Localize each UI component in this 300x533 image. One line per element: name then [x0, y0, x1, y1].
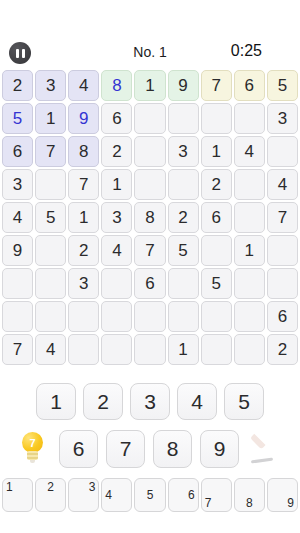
cell-r5c7[interactable]: 1	[234, 235, 265, 266]
cell-r0c2[interactable]: 4	[68, 70, 99, 101]
cell-r4c8[interactable]: 7	[267, 202, 298, 233]
cell-r4c0[interactable]: 4	[2, 202, 33, 233]
digit-key-3[interactable]: 3	[130, 383, 170, 420]
digit-key-6[interactable]: 6	[59, 430, 98, 468]
cell-r7c6[interactable]	[201, 301, 232, 332]
keypad-row-1: 12345	[0, 383, 300, 420]
digit-key-8[interactable]: 8	[153, 430, 192, 468]
cell-r4c4[interactable]: 8	[134, 202, 165, 233]
cell-r8c4[interactable]	[134, 334, 165, 365]
note-key-4[interactable]: 4	[101, 478, 132, 512]
cell-r8c0[interactable]: 7	[2, 334, 33, 365]
note-key-row: 123456789	[2, 478, 298, 512]
note-key-6[interactable]: 6	[168, 478, 199, 512]
cell-r4c5[interactable]: 2	[168, 202, 199, 233]
note-key-9[interactable]: 9	[267, 478, 298, 512]
cell-r1c5[interactable]	[168, 103, 199, 134]
cell-r1c8[interactable]: 3	[267, 103, 298, 134]
cell-r1c2[interactable]: 9	[68, 103, 99, 134]
cell-r2c8[interactable]	[267, 136, 298, 167]
cell-r8c6[interactable]	[201, 334, 232, 365]
note-key-8[interactable]: 8	[234, 478, 265, 512]
cell-r3c2[interactable]: 7	[68, 169, 99, 200]
hint-count-badge: 7	[22, 433, 43, 452]
cell-r3c5[interactable]	[168, 169, 199, 200]
cell-r0c1[interactable]: 3	[35, 70, 66, 101]
cell-r7c5[interactable]	[168, 301, 199, 332]
cell-r5c0[interactable]: 9	[2, 235, 33, 266]
cell-r0c5[interactable]: 9	[168, 70, 199, 101]
cell-r5c2[interactable]: 2	[68, 235, 99, 266]
cell-r4c6[interactable]: 6	[201, 202, 232, 233]
cell-r4c7[interactable]	[234, 202, 265, 233]
keypad-row-2-keys: 6789	[59, 430, 239, 468]
cell-r5c1[interactable]	[35, 235, 66, 266]
cell-r4c1[interactable]: 5	[35, 202, 66, 233]
cell-r2c3[interactable]: 2	[101, 136, 132, 167]
cell-r3c7[interactable]	[234, 169, 265, 200]
cell-r5c3[interactable]: 4	[101, 235, 132, 266]
cell-r3c0[interactable]: 3	[2, 169, 33, 200]
cell-r7c0[interactable]	[2, 301, 33, 332]
cell-r2c7[interactable]: 4	[234, 136, 265, 167]
hint-bulb-tip	[30, 460, 35, 463]
cell-r1c7[interactable]	[234, 103, 265, 134]
cell-r7c3[interactable]	[101, 301, 132, 332]
sudoku-app-screen: No. 1 0:25 23481976551963678231437124451…	[0, 0, 300, 533]
note-key-7[interactable]: 7	[201, 478, 232, 512]
cell-r7c8[interactable]: 6	[267, 301, 298, 332]
cell-r3c6[interactable]: 2	[201, 169, 232, 200]
cell-r8c2[interactable]	[68, 334, 99, 365]
digit-key-7[interactable]: 7	[106, 430, 145, 468]
note-key-3[interactable]: 3	[68, 478, 99, 512]
cell-r5c8[interactable]	[267, 235, 298, 266]
cell-r5c5[interactable]: 5	[168, 235, 199, 266]
note-key-1[interactable]: 1	[2, 478, 33, 512]
cell-r6c6[interactable]: 5	[201, 268, 232, 299]
cell-r5c4[interactable]: 7	[134, 235, 165, 266]
cell-r7c4[interactable]	[134, 301, 165, 332]
cell-r6c4[interactable]: 6	[134, 268, 165, 299]
cell-r6c7[interactable]	[234, 268, 265, 299]
note-key-5[interactable]: 5	[134, 478, 165, 512]
cell-r4c3[interactable]: 3	[101, 202, 132, 233]
cell-r8c7[interactable]	[234, 334, 265, 365]
digit-key-5[interactable]: 5	[224, 383, 264, 420]
sudoku-grid: 2348197655196367823143712445138267924751…	[2, 70, 298, 365]
cell-r3c4[interactable]	[134, 169, 165, 200]
cell-r2c4[interactable]	[134, 136, 165, 167]
cell-r8c5[interactable]: 1	[168, 334, 199, 365]
cell-r2c6[interactable]: 1	[201, 136, 232, 167]
digit-key-4[interactable]: 4	[177, 383, 217, 420]
cell-r6c0[interactable]	[2, 268, 33, 299]
cell-r7c2[interactable]	[68, 301, 99, 332]
cell-r7c1[interactable]	[35, 301, 66, 332]
cell-r2c1[interactable]: 7	[35, 136, 66, 167]
cell-r2c2[interactable]: 8	[68, 136, 99, 167]
cell-r2c5[interactable]: 3	[168, 136, 199, 167]
cell-r1c0[interactable]: 5	[2, 103, 33, 134]
cell-r0c0[interactable]: 2	[2, 70, 33, 101]
cell-r8c3[interactable]	[101, 334, 132, 365]
cell-r0c6[interactable]: 7	[201, 70, 232, 101]
timer-text: 0:25	[231, 42, 262, 60]
cell-r1c6[interactable]	[201, 103, 232, 134]
cell-r3c8[interactable]: 4	[267, 169, 298, 200]
eraser-shadow	[251, 457, 273, 463]
cell-r0c4[interactable]: 1	[134, 70, 165, 101]
eraser-button[interactable]	[245, 431, 285, 467]
cell-r7c7[interactable]	[234, 301, 265, 332]
cell-r2c0[interactable]: 6	[2, 136, 33, 167]
cell-r1c4[interactable]	[134, 103, 165, 134]
cell-r4c2[interactable]: 1	[68, 202, 99, 233]
cell-r6c1[interactable]	[35, 268, 66, 299]
cell-r6c8[interactable]	[267, 268, 298, 299]
hint-button[interactable]: 7	[20, 432, 46, 468]
note-key-2[interactable]: 2	[35, 478, 66, 512]
cell-r5c6[interactable]	[201, 235, 232, 266]
digit-key-1[interactable]: 1	[36, 383, 76, 420]
cell-r6c5[interactable]	[168, 268, 199, 299]
cell-r3c3[interactable]: 1	[101, 169, 132, 200]
cell-r0c8[interactable]: 5	[267, 70, 298, 101]
cell-r1c1[interactable]: 1	[35, 103, 66, 134]
cell-r6c3[interactable]	[101, 268, 132, 299]
cell-r8c1[interactable]: 4	[35, 334, 66, 365]
cell-r0c3[interactable]: 8	[101, 70, 132, 101]
cell-r6c2[interactable]: 3	[68, 268, 99, 299]
keypad-row-2: 7 6789	[0, 430, 300, 468]
cell-r1c3[interactable]: 6	[101, 103, 132, 134]
cell-r3c1[interactable]	[35, 169, 66, 200]
hint-bulb-base	[27, 451, 38, 460]
cell-r0c7[interactable]: 6	[234, 70, 265, 101]
digit-key-2[interactable]: 2	[83, 383, 123, 420]
digit-key-9[interactable]: 9	[200, 430, 239, 468]
cell-r8c8[interactable]: 2	[267, 334, 298, 365]
